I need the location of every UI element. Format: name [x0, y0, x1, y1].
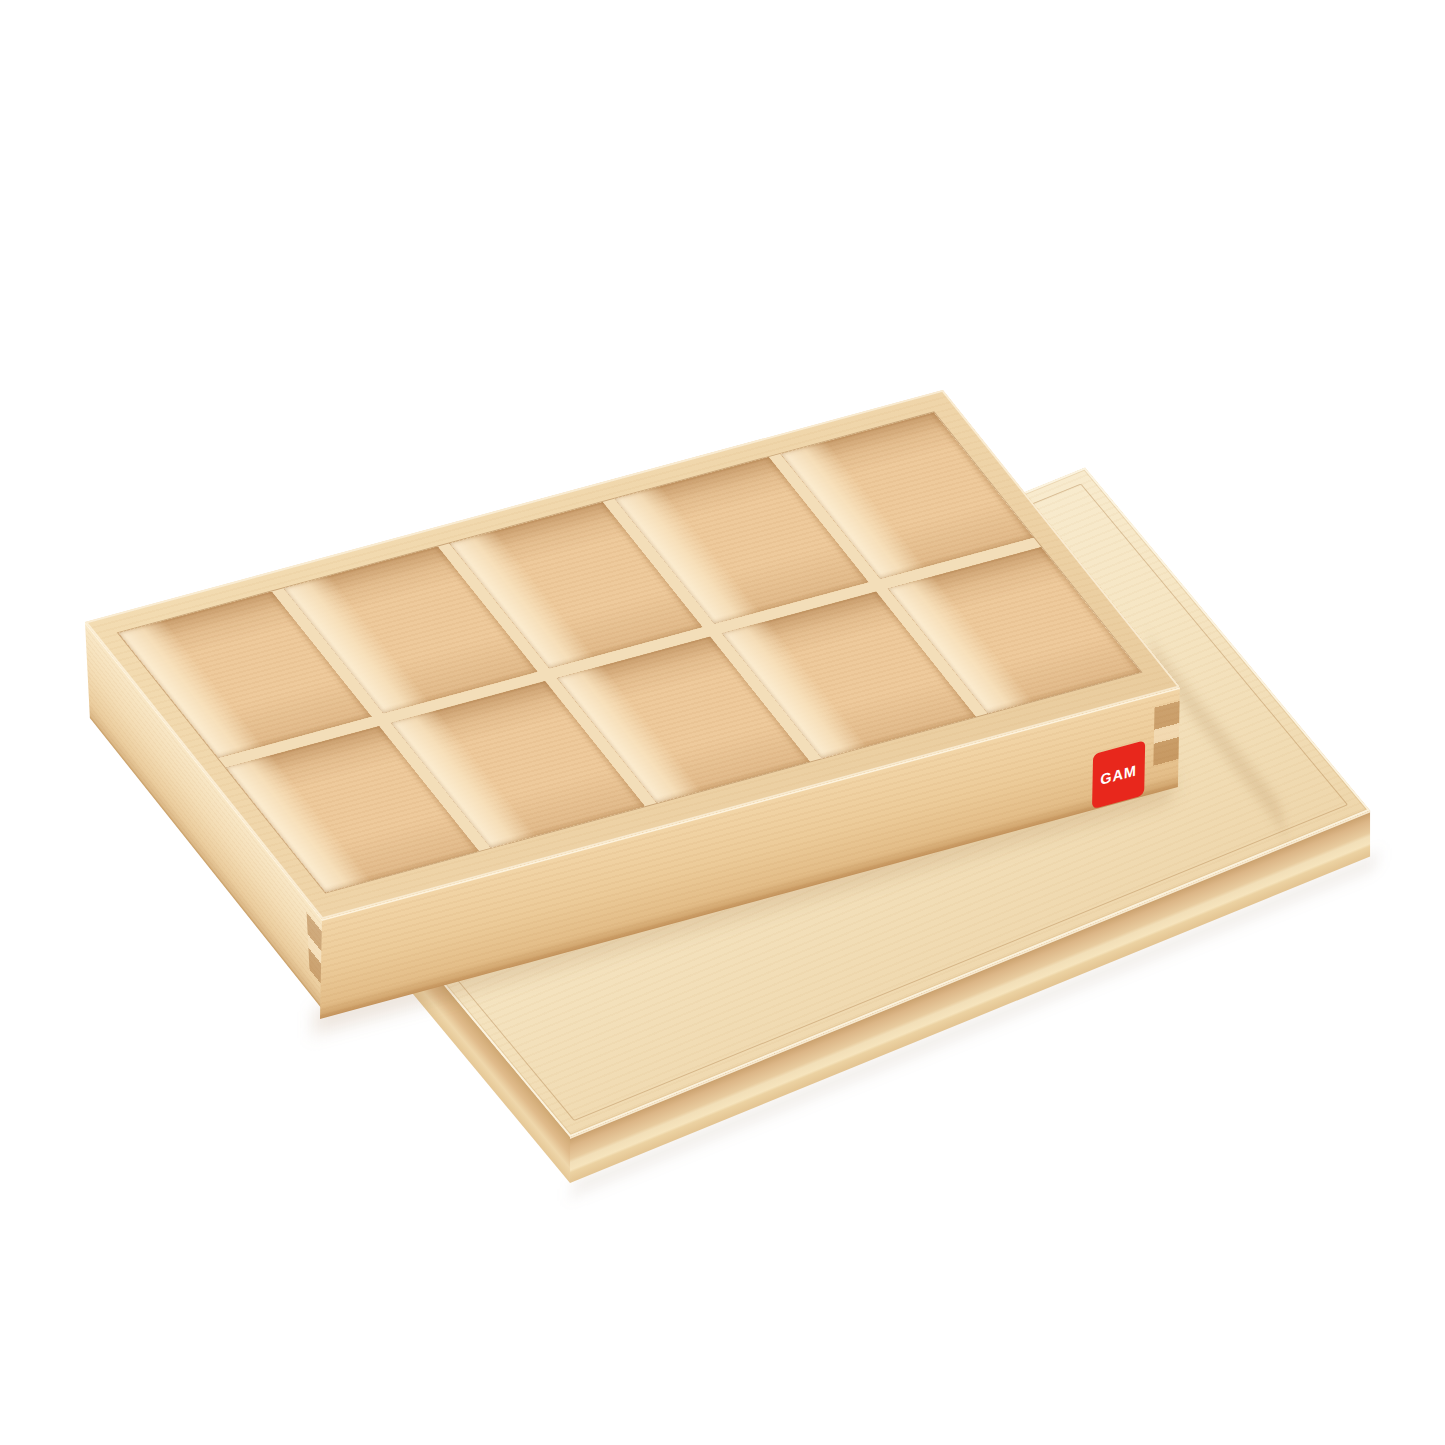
product-photo: GAM: [0, 0, 1445, 1445]
finger-joints-right-corner: [1153, 687, 1180, 794]
gam-logo-text: GAM: [1100, 762, 1137, 787]
